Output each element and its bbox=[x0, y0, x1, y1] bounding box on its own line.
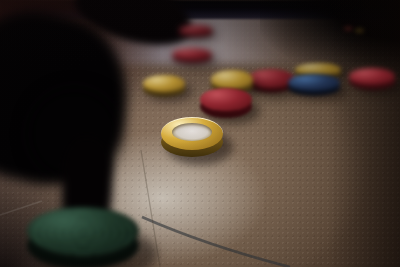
game-piece-yellow-disc bbox=[143, 75, 185, 97]
game-piece-red-disc bbox=[200, 88, 252, 118]
piece-top-face bbox=[179, 25, 213, 35]
piece-top-face bbox=[349, 68, 395, 85]
game-piece-blue-disc bbox=[288, 74, 340, 96]
game-piece-red-disc bbox=[172, 48, 212, 64]
disc-groove-rings bbox=[31, 209, 134, 256]
game-piece-red-disc bbox=[179, 25, 213, 38]
game-piece-yellow-ring bbox=[161, 117, 223, 157]
piece-top-face bbox=[288, 74, 340, 91]
game-piece-green-grooved bbox=[27, 207, 139, 267]
piece-top-face bbox=[143, 75, 185, 92]
game-piece-red-disc bbox=[349, 68, 395, 90]
piece-top-face bbox=[211, 70, 253, 89]
photo-scene bbox=[0, 0, 400, 267]
